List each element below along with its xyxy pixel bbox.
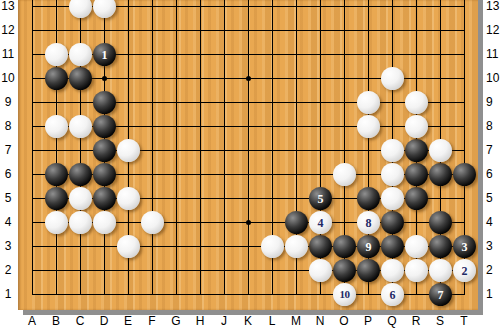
stone-black-Q4 xyxy=(381,211,404,234)
stone-white-Q10 xyxy=(381,67,404,90)
stone-black-C6 xyxy=(69,163,92,186)
board-shadow-right xyxy=(478,0,483,315)
stone-black-S1: 7 xyxy=(429,283,452,306)
stone-white-B4 xyxy=(45,211,68,234)
row-label-right-2: 2 xyxy=(486,261,500,279)
stone-white-B11 xyxy=(45,43,68,66)
stone-black-O3 xyxy=(333,235,356,258)
stone-white-L3 xyxy=(261,235,284,258)
stone-black-B10 xyxy=(45,67,68,90)
stone-black-B5 xyxy=(45,187,68,210)
row-label-right-8: 8 xyxy=(486,117,500,135)
star-point-D10 xyxy=(102,76,107,81)
stone-black-P2 xyxy=(357,259,380,282)
stone-black-D7 xyxy=(93,139,116,162)
grid-line-col-K xyxy=(248,0,249,295)
row-label-left-7: 7 xyxy=(0,141,16,159)
row-label-left-3: 3 xyxy=(0,237,16,255)
row-label-right-5: 5 xyxy=(486,189,500,207)
grid-line-col-J xyxy=(224,0,225,295)
stone-black-D5 xyxy=(93,187,116,210)
stone-white-S2 xyxy=(429,259,452,282)
row-label-left-9: 9 xyxy=(0,93,16,111)
stone-black-Q3 xyxy=(381,235,404,258)
row-label-left-12: 12 xyxy=(0,21,16,39)
grid-line-col-F xyxy=(152,0,153,295)
col-label-L: L xyxy=(260,311,284,331)
stone-white-C4 xyxy=(69,211,92,234)
col-label-R: R xyxy=(404,311,428,331)
col-label-B: B xyxy=(44,311,68,331)
column-labels: ABCDEFGHJKLMNOPQRST xyxy=(0,311,500,332)
col-label-M: M xyxy=(284,311,308,331)
stone-white-D4 xyxy=(93,211,116,234)
stone-white-P9 xyxy=(357,91,380,114)
row-labels-left: 13121110987654321 xyxy=(0,0,18,312)
stone-white-E7 xyxy=(117,139,140,162)
row-label-left-4: 4 xyxy=(0,213,16,231)
row-label-right-7: 7 xyxy=(486,141,500,159)
col-label-J: J xyxy=(212,311,236,331)
stone-black-N5: 5 xyxy=(309,187,332,210)
stone-white-N2 xyxy=(309,259,332,282)
row-label-right-4: 4 xyxy=(486,213,500,231)
row-label-right-11: 11 xyxy=(486,45,500,63)
stone-black-S3 xyxy=(429,235,452,258)
col-label-Q: Q xyxy=(380,311,404,331)
move-number-5: 5 xyxy=(318,193,324,205)
move-number-1: 1 xyxy=(102,49,108,61)
stone-black-O2 xyxy=(333,259,356,282)
row-labels-right: 13121110987654321 xyxy=(484,0,500,312)
stone-black-C10 xyxy=(69,67,92,90)
row-label-right-3: 3 xyxy=(486,237,500,255)
row-label-right-12: 12 xyxy=(486,21,500,39)
stone-white-F4 xyxy=(141,211,164,234)
row-label-left-2: 2 xyxy=(0,261,16,279)
stone-black-R7 xyxy=(405,139,428,162)
stone-white-Q5 xyxy=(381,187,404,210)
move-number-4: 4 xyxy=(318,217,324,229)
stone-white-Q7 xyxy=(381,139,404,162)
stone-white-E5 xyxy=(117,187,140,210)
col-label-P: P xyxy=(356,311,380,331)
stone-black-P3: 9 xyxy=(357,235,380,258)
stone-black-S6 xyxy=(429,163,452,186)
grid-line-col-A xyxy=(32,0,33,295)
stone-white-P8 xyxy=(357,115,380,138)
stone-white-R3 xyxy=(405,235,428,258)
stone-black-D9 xyxy=(93,91,116,114)
stone-black-T6 xyxy=(453,163,476,186)
stone-black-D11: 1 xyxy=(93,43,116,66)
move-number-7: 7 xyxy=(438,289,444,301)
row-label-left-8: 8 xyxy=(0,117,16,135)
stone-black-R6 xyxy=(405,163,428,186)
stone-black-D8 xyxy=(93,115,116,138)
stone-black-B6 xyxy=(45,163,68,186)
stone-white-T2: 2 xyxy=(453,259,476,282)
row-label-right-13: 13 xyxy=(486,0,500,15)
row-label-right-1: 1 xyxy=(486,285,500,303)
go-diagram: 13121110987654321 15937482106 1312111098… xyxy=(0,0,500,332)
move-number-3: 3 xyxy=(462,241,468,253)
stone-black-M4 xyxy=(285,211,308,234)
grid-line-col-H xyxy=(200,0,201,295)
col-label-K: K xyxy=(236,311,260,331)
stone-white-B8 xyxy=(45,115,68,138)
row-label-left-6: 6 xyxy=(0,165,16,183)
star-point-K4 xyxy=(246,220,251,225)
row-label-left-10: 10 xyxy=(0,69,16,87)
move-number-6: 6 xyxy=(390,289,396,301)
star-point-K10 xyxy=(246,76,251,81)
stone-black-D6 xyxy=(93,163,116,186)
row-label-right-10: 10 xyxy=(486,69,500,87)
col-label-A: A xyxy=(20,311,44,331)
stone-white-P4: 8 xyxy=(357,211,380,234)
stone-white-Q1: 6 xyxy=(381,283,404,306)
stone-white-O1: 10 xyxy=(333,283,356,306)
stone-white-C5 xyxy=(69,187,92,210)
stone-white-R8 xyxy=(405,115,428,138)
col-label-C: C xyxy=(68,311,92,331)
stone-white-C11 xyxy=(69,43,92,66)
stone-white-R9 xyxy=(405,91,428,114)
col-label-E: E xyxy=(116,311,140,331)
row-label-right-9: 9 xyxy=(486,93,500,111)
col-label-D: D xyxy=(92,311,116,331)
stone-white-E3 xyxy=(117,235,140,258)
stone-white-Q2 xyxy=(381,259,404,282)
stone-white-C8 xyxy=(69,115,92,138)
stone-black-T3: 3 xyxy=(453,235,476,258)
col-label-G: G xyxy=(164,311,188,331)
stone-white-O6 xyxy=(333,163,356,186)
stone-white-D13 xyxy=(93,0,116,18)
col-label-T: T xyxy=(452,311,476,331)
grid-line-col-G xyxy=(176,0,177,295)
move-number-2: 2 xyxy=(462,265,468,277)
row-label-left-1: 1 xyxy=(0,285,16,303)
stone-white-C13 xyxy=(69,0,92,18)
move-number-8: 8 xyxy=(366,217,372,229)
stone-white-S7 xyxy=(429,139,452,162)
col-label-F: F xyxy=(140,311,164,331)
move-number-10: 10 xyxy=(340,289,350,300)
row-label-right-6: 6 xyxy=(486,165,500,183)
stone-black-S4 xyxy=(429,211,452,234)
stone-black-R5 xyxy=(405,187,428,210)
move-number-9: 9 xyxy=(366,241,372,253)
row-label-left-11: 11 xyxy=(0,45,16,63)
stone-white-R2 xyxy=(405,259,428,282)
col-label-O: O xyxy=(332,311,356,331)
row-label-left-13: 13 xyxy=(0,0,16,15)
stone-black-P5 xyxy=(357,187,380,210)
stone-black-N3 xyxy=(309,235,332,258)
stone-white-Q6 xyxy=(381,163,404,186)
col-label-N: N xyxy=(308,311,332,331)
stone-white-N4: 4 xyxy=(309,211,332,234)
col-label-H: H xyxy=(188,311,212,331)
col-label-S: S xyxy=(428,311,452,331)
stone-white-M3 xyxy=(285,235,308,258)
go-board[interactable]: 15937482106 xyxy=(18,0,478,310)
row-label-left-5: 5 xyxy=(0,189,16,207)
grid-line-row-12 xyxy=(32,30,465,31)
